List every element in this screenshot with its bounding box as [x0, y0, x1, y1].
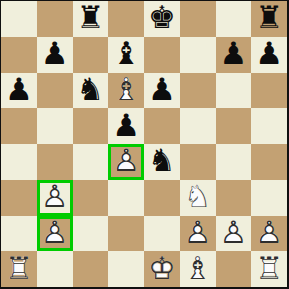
square-e3[interactable]: [144, 180, 180, 216]
white-pawn-piece[interactable]: ♟♙: [255, 217, 283, 248]
square-a3[interactable]: [1, 180, 37, 216]
square-d4-highlighted[interactable]: ♟♙: [108, 144, 144, 180]
square-e2[interactable]: [144, 216, 180, 252]
square-f2[interactable]: ♟♙: [180, 216, 216, 252]
white-knight-piece[interactable]: ♞♘: [184, 181, 212, 212]
square-a5[interactable]: [1, 108, 37, 144]
square-c1[interactable]: [73, 251, 109, 287]
square-a8[interactable]: [1, 1, 37, 37]
black-piece-glyph: ♟: [148, 74, 176, 105]
square-h7[interactable]: ♟: [251, 37, 287, 73]
square-g8[interactable]: [216, 1, 252, 37]
black-piece-glyph: ♞: [148, 145, 176, 176]
white-piece-outline: ♘: [184, 181, 212, 212]
black-piece-glyph: ♟: [219, 38, 247, 69]
square-g1[interactable]: [216, 251, 252, 287]
white-pawn-piece[interactable]: ♟♙: [112, 145, 140, 176]
white-piece-outline: ♔: [148, 253, 176, 284]
black-pawn-piece[interactable]: ♟: [219, 38, 247, 69]
square-b1[interactable]: [37, 251, 73, 287]
square-b4[interactable]: [37, 144, 73, 180]
square-b7[interactable]: ♟: [37, 37, 73, 73]
square-f3[interactable]: ♞♘: [180, 180, 216, 216]
square-h1[interactable]: ♜♖: [251, 251, 287, 287]
white-piece-outline: ♙: [112, 145, 140, 176]
black-piece-glyph: ♟: [41, 38, 69, 69]
white-piece-outline: ♙: [219, 217, 247, 248]
black-pawn-piece[interactable]: ♟: [41, 38, 69, 69]
square-e6[interactable]: ♟: [144, 73, 180, 109]
chess-board-window: ♜♚♜♟♝♟♟♟♞♝♗♟♟♟♙♞♟♙♞♘♟♙♟♙♟♙♟♙♜♖♚♔♝♗♜♖: [0, 0, 289, 289]
square-a7[interactable]: [1, 37, 37, 73]
square-e4[interactable]: ♞: [144, 144, 180, 180]
square-c3[interactable]: [73, 180, 109, 216]
white-pawn-piece[interactable]: ♟♙: [219, 217, 247, 248]
square-g5[interactable]: [216, 108, 252, 144]
square-e5[interactable]: [144, 108, 180, 144]
white-piece-outline: ♖: [5, 253, 33, 284]
square-c2[interactable]: [73, 216, 109, 252]
white-bishop-piece[interactable]: ♝♗: [112, 74, 140, 105]
square-f4[interactable]: [180, 144, 216, 180]
square-h5[interactable]: [251, 108, 287, 144]
square-g7[interactable]: ♟: [216, 37, 252, 73]
square-f8[interactable]: [180, 1, 216, 37]
black-knight-piece[interactable]: ♞: [76, 74, 104, 105]
square-f5[interactable]: [180, 108, 216, 144]
square-d1[interactable]: [108, 251, 144, 287]
square-f7[interactable]: [180, 37, 216, 73]
black-piece-glyph: ♟: [255, 38, 283, 69]
black-piece-glyph: ♞: [76, 74, 104, 105]
white-pawn-piece[interactable]: ♟♙: [41, 181, 69, 212]
black-piece-glyph: ♜: [76, 2, 104, 33]
white-piece-outline: ♖: [255, 253, 283, 284]
square-c4[interactable]: [73, 144, 109, 180]
square-d3[interactable]: [108, 180, 144, 216]
black-pawn-piece[interactable]: ♟: [112, 110, 140, 141]
white-bishop-piece[interactable]: ♝♗: [184, 253, 212, 284]
white-rook-piece[interactable]: ♜♖: [255, 253, 283, 284]
square-e1[interactable]: ♚♔: [144, 251, 180, 287]
square-b3-highlighted[interactable]: ♟♙: [37, 180, 73, 216]
square-d5[interactable]: ♟: [108, 108, 144, 144]
square-b8[interactable]: [37, 1, 73, 37]
square-h4[interactable]: [251, 144, 287, 180]
white-rook-piece[interactable]: ♜♖: [5, 253, 33, 284]
square-g3[interactable]: [216, 180, 252, 216]
white-piece-outline: ♙: [41, 181, 69, 212]
square-d8[interactable]: [108, 1, 144, 37]
black-piece-glyph: ♝: [112, 38, 140, 69]
square-h3[interactable]: [251, 180, 287, 216]
square-h6[interactable]: [251, 73, 287, 109]
white-piece-outline: ♙: [41, 217, 69, 248]
square-b6[interactable]: [37, 73, 73, 109]
square-a2[interactable]: [1, 216, 37, 252]
white-pawn-piece[interactable]: ♟♙: [41, 217, 69, 248]
square-f6[interactable]: [180, 73, 216, 109]
square-c5[interactable]: [73, 108, 109, 144]
white-piece-outline: ♗: [184, 253, 212, 284]
square-d7[interactable]: ♝: [108, 37, 144, 73]
black-knight-piece[interactable]: ♞: [148, 145, 176, 176]
black-king-piece[interactable]: ♚: [148, 2, 176, 33]
black-piece-glyph: ♚: [148, 2, 176, 33]
square-e7[interactable]: [144, 37, 180, 73]
black-piece-glyph: ♜: [255, 2, 283, 33]
square-h2[interactable]: ♟♙: [251, 216, 287, 252]
square-d2[interactable]: [108, 216, 144, 252]
square-a1[interactable]: ♜♖: [1, 251, 37, 287]
black-pawn-piece[interactable]: ♟: [148, 74, 176, 105]
black-pawn-piece[interactable]: ♟: [255, 38, 283, 69]
white-piece-outline: ♙: [255, 217, 283, 248]
square-g2[interactable]: ♟♙: [216, 216, 252, 252]
square-c8[interactable]: ♜: [73, 1, 109, 37]
square-a6[interactable]: ♟: [1, 73, 37, 109]
square-e8[interactable]: ♚: [144, 1, 180, 37]
square-c7[interactable]: [73, 37, 109, 73]
square-d6[interactable]: ♝♗: [108, 73, 144, 109]
white-piece-outline: ♗: [112, 74, 140, 105]
black-piece-glyph: ♟: [5, 74, 33, 105]
square-g4[interactable]: [216, 144, 252, 180]
black-rook-piece[interactable]: ♜: [255, 2, 283, 33]
square-b2-highlighted[interactable]: ♟♙: [37, 216, 73, 252]
white-pawn-piece[interactable]: ♟♙: [184, 217, 212, 248]
square-c6[interactable]: ♞: [73, 73, 109, 109]
black-piece-glyph: ♟: [112, 110, 140, 141]
white-piece-outline: ♙: [184, 217, 212, 248]
black-rook-piece[interactable]: ♜: [76, 2, 104, 33]
square-a4[interactable]: [1, 144, 37, 180]
chess-board: ♜♚♜♟♝♟♟♟♞♝♗♟♟♟♙♞♟♙♞♘♟♙♟♙♟♙♟♙♜♖♚♔♝♗♜♖: [0, 0, 289, 289]
square-g6[interactable]: [216, 73, 252, 109]
square-f1[interactable]: ♝♗: [180, 251, 216, 287]
black-bishop-piece[interactable]: ♝: [112, 38, 140, 69]
square-h8[interactable]: ♜: [251, 1, 287, 37]
square-b5[interactable]: [37, 108, 73, 144]
black-pawn-piece[interactable]: ♟: [5, 74, 33, 105]
white-king-piece[interactable]: ♚♔: [148, 253, 176, 284]
